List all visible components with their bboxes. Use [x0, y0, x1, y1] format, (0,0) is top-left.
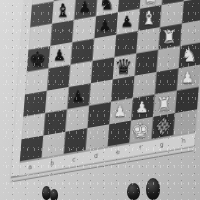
off-board-piece-2 [50, 189, 58, 200]
piece-black-king-a5: ♚ [27, 44, 49, 76]
file-label-h: h [173, 136, 195, 145]
piece-white-bishop-f6: ♝ [138, 2, 160, 34]
piece-black-pawn-b5: ♟ [49, 40, 71, 72]
piece-black-bishop-b7: ♝ [52, 0, 74, 27]
piece-white-rook-g5: ♜ [158, 21, 180, 53]
file-label-d: d [85, 151, 107, 160]
file-label-f: f [129, 143, 151, 152]
photo-frame: ♞♜♜♝♟♞♛♟♟♟♝♚♟♜♛♞♟♟♟♟♜♚ abcdefgh [0, 0, 200, 200]
piece-black-queen-e4: ♛ [113, 51, 135, 83]
chess-board: ♞♜♜♝♟♞♛♟♟♟♝♚♟♜♛♞♟♟♟♟♜♚ abcdefgh [11, 0, 200, 176]
piece-white-pawn-h3: ♟ [177, 62, 199, 94]
file-label-b: b [41, 158, 63, 167]
file-label-e: e [107, 147, 129, 156]
piece-white-rook-g2: ♜ [153, 88, 175, 120]
piece-black-pawn-c3: ♟ [67, 81, 89, 113]
file-label-c: c [63, 155, 85, 164]
file-label-g: g [151, 140, 173, 149]
piece-black-pawn-d6: ♟ [94, 10, 116, 42]
off-board-piece-3 [127, 183, 140, 200]
piece-white-pawn-e2: ♟ [109, 96, 131, 128]
off-board-piece-4 [146, 178, 160, 200]
piece-white-pawn-g7: ♟ [162, 0, 184, 8]
piece-black-pawn-e6: ♟ [116, 6, 138, 38]
piece-black-pawn-c7: ♟ [74, 0, 96, 23]
file-label-a: a [19, 162, 41, 171]
